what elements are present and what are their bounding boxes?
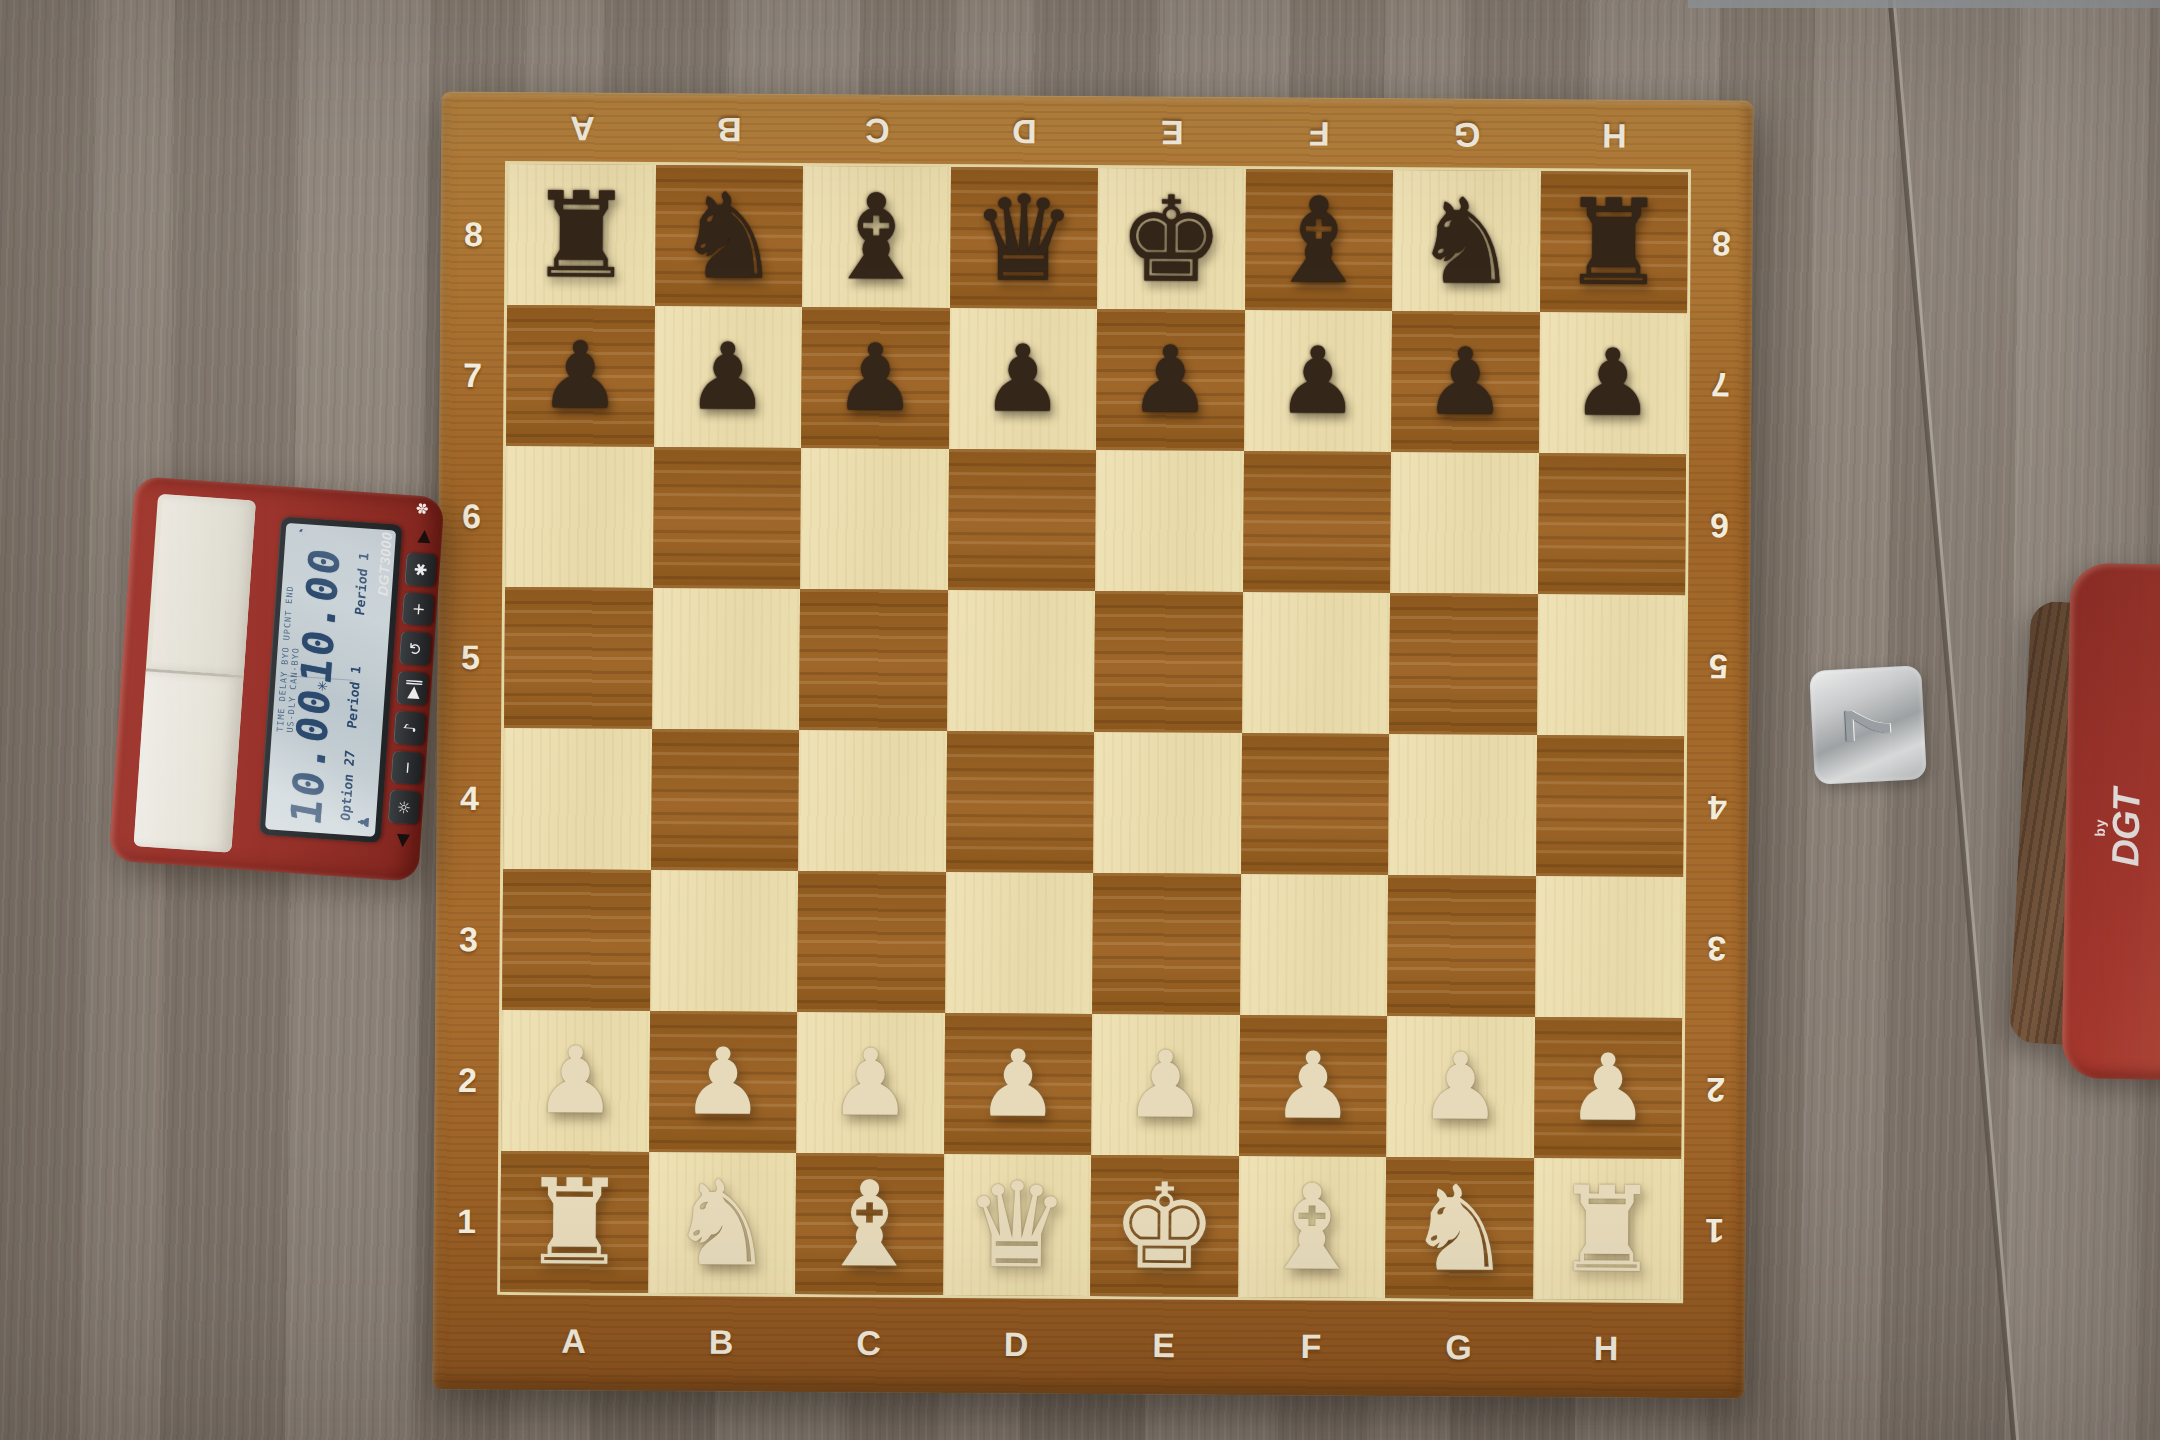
clock-rocker-lever[interactable] [134, 494, 256, 853]
file-label-bottom-a: A [561, 1322, 586, 1361]
square-b3[interactable] [650, 870, 798, 1012]
chess-clock: TIME DELAY BYO UPCNT END US-DLY CAN-BYO … [84, 524, 469, 834]
piece-black-king-e8[interactable]: ♚ [1097, 168, 1245, 310]
rank-label-right-6: 6 [1710, 505, 1729, 544]
backlight-button[interactable]: ☼ [388, 790, 420, 825]
dgt-logo: by DGT [2092, 788, 2145, 867]
piece-black-rook-h8[interactable]: ♜ [1540, 171, 1688, 313]
piece-white-queen-d1[interactable]: ♛ [943, 1154, 1091, 1296]
square-b8[interactable]: ♞ [655, 165, 803, 307]
file-label-bottom-b: B [709, 1323, 734, 1362]
piece-white-pawn-d2[interactable]: ♟ [944, 1013, 1092, 1155]
clock-left-period: Period 1 [344, 665, 363, 730]
square-g6[interactable] [1390, 452, 1538, 594]
file-label-top-h: H [1602, 116, 1627, 155]
clock-right-period: Period 1 [352, 551, 371, 616]
rank-label-right-7: 7 [1711, 364, 1730, 403]
square-a6[interactable] [505, 446, 653, 588]
square-d1[interactable]: ♛ [943, 1154, 1091, 1296]
square-a1[interactable]: ♜ [500, 1151, 648, 1293]
square-c7[interactable]: ♟ [801, 307, 949, 449]
square-b2[interactable]: ♟ [649, 1011, 797, 1153]
file-label-top-b: B [717, 110, 742, 149]
left-triangle-mark-icon: ◀ [386, 830, 417, 852]
reset-button[interactable]: ↺ [399, 631, 431, 666]
rank-label-left-1: 1 [457, 1202, 476, 1241]
clock-option-label: Option 27 [338, 749, 358, 822]
rank-label-left-8: 8 [464, 215, 483, 254]
square-h8[interactable]: ♜ [1540, 171, 1688, 313]
square-b6[interactable] [653, 447, 801, 589]
square-e8[interactable]: ♚ [1097, 168, 1245, 310]
chess-board: ♜♞♝♛♚♝♞♜♟♟♟♟♟♟♟♟♟♟♟♟♟♟♟♟♜♞♝♛♚♝♞♜ AABBCCD… [432, 91, 1753, 1398]
square-f6[interactable] [1243, 451, 1391, 593]
square-h3[interactable] [1535, 876, 1683, 1018]
square-b7[interactable]: ♟ [654, 306, 802, 448]
file-label-bottom-h: H [1594, 1329, 1619, 1368]
piece-white-pawn-g2[interactable]: ♟ [1386, 1016, 1534, 1158]
square-b4[interactable] [651, 729, 799, 871]
square-e2[interactable]: ♟ [1091, 1014, 1239, 1156]
piece-black-pawn-f7[interactable]: ♟ [1244, 310, 1392, 452]
rank-label-left-2: 2 [458, 1061, 477, 1100]
square-a5[interactable] [504, 587, 652, 729]
turn-pawn-icon: ♟ [354, 815, 373, 830]
square-c3[interactable] [797, 871, 945, 1013]
file-label-top-c: C [865, 111, 890, 150]
square-b1[interactable]: ♞ [648, 1152, 796, 1294]
square-a8[interactable]: ♜ [507, 164, 655, 306]
clock-right-sub: Period 1 [352, 551, 371, 616]
piece-black-pawn-h7[interactable]: ♟ [1539, 312, 1687, 454]
square-e4[interactable] [1093, 732, 1241, 874]
square-c2[interactable]: ♟ [796, 1012, 944, 1154]
piece-white-knight-g1[interactable]: ♞ [1385, 1157, 1533, 1299]
square-b5[interactable] [652, 588, 800, 730]
rank-label-right-5: 5 [1709, 646, 1728, 685]
square-c6[interactable] [800, 448, 948, 590]
piece-white-pawn-e2[interactable]: ♟ [1091, 1014, 1239, 1156]
number-plate-face: 7 [1809, 665, 1927, 785]
move-counter-icon: ◔ [294, 527, 310, 536]
square-d3[interactable] [945, 872, 1093, 1014]
piece-white-rook-a1[interactable]: ♜ [500, 1151, 648, 1293]
square-f1[interactable]: ♝ [1238, 1156, 1386, 1298]
piece-white-king-e1[interactable]: ♚ [1090, 1155, 1238, 1297]
rank-label-right-3: 3 [1707, 928, 1726, 967]
square-f7[interactable]: ♟ [1244, 310, 1392, 452]
dgt-piece-box: by DGT [1980, 565, 2160, 1080]
file-label-top-f: F [1309, 114, 1330, 153]
square-g8[interactable]: ♞ [1392, 170, 1540, 312]
play-pause-button[interactable]: ▶‖ [396, 671, 428, 706]
piece-black-pawn-d7[interactable]: ♟ [949, 308, 1097, 450]
square-a2[interactable]: ♟ [501, 1010, 649, 1152]
piece-white-knight-b1[interactable]: ♞ [648, 1152, 796, 1294]
piece-white-bishop-f1[interactable]: ♝ [1238, 1156, 1386, 1298]
piece-black-queen-d8[interactable]: ♛ [950, 167, 1098, 309]
square-h4[interactable] [1536, 735, 1684, 877]
lcd-divider [287, 676, 353, 682]
square-a7[interactable]: ♟ [506, 305, 654, 447]
rank-label-left-3: 3 [459, 920, 478, 959]
clock-rocker-left-half[interactable] [134, 671, 244, 852]
rank-label-right-1: 1 [1705, 1210, 1724, 1249]
board-grid: ♜♞♝♛♚♝♞♜♟♟♟♟♟♟♟♟♟♟♟♟♟♟♟♟♜♞♝♛♚♝♞♜ [500, 164, 1688, 1300]
piece-white-bishop-c1[interactable]: ♝ [795, 1153, 943, 1295]
clock-left-time: 10.00 [282, 683, 340, 829]
table-number-plate: 7 [1812, 668, 1924, 782]
clock-left-sub: Option 27 Period 1 [338, 665, 364, 822]
square-g1[interactable]: ♞ [1385, 1157, 1533, 1299]
file-label-bottom-d: D [1004, 1325, 1029, 1364]
square-f4[interactable] [1241, 733, 1389, 875]
piece-black-knight-g8[interactable]: ♞ [1392, 170, 1540, 312]
square-d5[interactable] [947, 590, 1095, 732]
file-label-bottom-c: C [856, 1324, 881, 1363]
piece-black-pawn-b7[interactable]: ♟ [654, 306, 802, 448]
square-h6[interactable] [1538, 453, 1686, 595]
square-g7[interactable]: ♟ [1391, 311, 1539, 453]
file-label-top-g: G [1454, 115, 1481, 154]
piece-black-knight-b8[interactable]: ♞ [655, 165, 803, 307]
square-a3[interactable] [502, 869, 650, 1011]
piece-white-pawn-c2[interactable]: ♟ [796, 1012, 944, 1154]
file-label-top-d: D [1012, 112, 1037, 151]
clock-mode-row-1: TIME DELAY BYO UPCNT END [275, 585, 295, 732]
piece-black-pawn-c7[interactable]: ♟ [801, 307, 949, 449]
square-h2[interactable]: ♟ [1534, 1017, 1682, 1159]
square-d2[interactable]: ♟ [944, 1013, 1092, 1155]
piece-black-pawn-e7[interactable]: ♟ [1096, 309, 1244, 451]
rank-label-right-4: 4 [1708, 787, 1727, 826]
file-label-bottom-g: G [1445, 1328, 1472, 1367]
clock-mode-row-2: US-DLY CAN-BYO [285, 586, 305, 733]
square-c4[interactable] [798, 730, 946, 872]
right-triangle-mark-icon: ▶ [407, 525, 438, 547]
square-c8[interactable]: ♝ [802, 166, 950, 308]
square-d6[interactable] [948, 449, 1096, 591]
table-number: 7 [1830, 705, 1906, 744]
rank-label-right-2: 2 [1706, 1069, 1725, 1108]
board-coordinates: AABBCCDDEEFFGGHH8877665544332211 [442, 91, 1754, 100]
square-a4[interactable] [503, 728, 651, 870]
settings-button[interactable]: ✱ [404, 552, 436, 587]
square-d7[interactable]: ♟ [949, 308, 1097, 450]
piece-box-red-lid: by DGT [2062, 563, 2160, 1082]
dgt-logo-text: DGT [2106, 789, 2145, 868]
rank-label-left-7: 7 [463, 356, 482, 395]
square-e6[interactable] [1095, 450, 1243, 592]
clock-mode-indicators: TIME DELAY BYO UPCNT END US-DLY CAN-BYO [275, 585, 305, 733]
plus-button[interactable]: + [402, 592, 434, 627]
piece-black-rook-a8[interactable]: ♜ [507, 164, 655, 306]
file-label-bottom-f: F [1301, 1327, 1322, 1366]
star-icon: ✳ [314, 680, 330, 692]
minus-button[interactable]: − [391, 750, 423, 785]
square-g5[interactable] [1389, 593, 1537, 735]
piece-white-rook-h1[interactable]: ♜ [1533, 1158, 1681, 1300]
square-g3[interactable] [1387, 875, 1535, 1017]
clock-rocker-right-half[interactable] [151, 494, 256, 675]
file-label-top-e: E [1161, 113, 1184, 152]
piece-white-pawn-f2[interactable]: ♟ [1239, 1015, 1387, 1157]
square-g2[interactable]: ♟ [1386, 1016, 1534, 1158]
file-label-top-a: A [570, 109, 595, 148]
square-h7[interactable]: ♟ [1539, 312, 1687, 454]
piece-white-pawn-a2[interactable]: ♟ [501, 1010, 649, 1152]
piece-white-pawn-h2[interactable]: ♟ [1534, 1017, 1682, 1159]
flower-mark-icon: ✽ [413, 502, 432, 516]
chess-clock-body: TIME DELAY BYO UPCNT END US-DLY CAN-BYO … [108, 476, 444, 882]
square-h5[interactable] [1537, 594, 1685, 736]
square-g4[interactable] [1388, 734, 1536, 876]
piece-white-pawn-b2[interactable]: ♟ [649, 1011, 797, 1153]
square-e7[interactable]: ♟ [1096, 309, 1244, 451]
square-e5[interactable] [1094, 591, 1242, 733]
square-c5[interactable] [799, 589, 947, 731]
square-f5[interactable] [1242, 592, 1390, 734]
square-h1[interactable]: ♜ [1533, 1158, 1681, 1300]
square-f8[interactable]: ♝ [1245, 169, 1393, 311]
square-d8[interactable]: ♛ [950, 167, 1098, 309]
piece-black-pawn-g7[interactable]: ♟ [1391, 311, 1539, 453]
piece-black-bishop-c8[interactable]: ♝ [802, 166, 950, 308]
rank-label-right-8: 8 [1712, 223, 1731, 262]
square-d4[interactable] [946, 731, 1094, 873]
piece-black-pawn-a7[interactable]: ♟ [506, 305, 654, 447]
clock-right-time: 10.00 [292, 543, 350, 689]
square-f3[interactable] [1240, 874, 1388, 1016]
square-c1[interactable]: ♝ [795, 1153, 943, 1295]
file-label-bottom-e: E [1152, 1326, 1175, 1365]
square-e3[interactable] [1092, 873, 1240, 1015]
table-edge-strip [1688, 0, 2160, 8]
square-f2[interactable]: ♟ [1239, 1015, 1387, 1157]
sound-button[interactable]: ♪ [393, 711, 425, 746]
piece-black-bishop-f8[interactable]: ♝ [1245, 169, 1393, 311]
square-e1[interactable]: ♚ [1090, 1155, 1238, 1297]
